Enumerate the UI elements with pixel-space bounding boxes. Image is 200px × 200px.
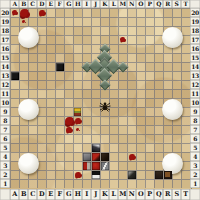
token-gray-white-K3[interactable]	[101, 162, 109, 170]
token-red-gray-I3[interactable]	[83, 162, 91, 170]
blood-splat-G7	[66, 127, 72, 133]
boulder-B3-C4[interactable]	[18, 153, 39, 174]
blood-splat-B20	[20, 9, 28, 17]
pit-marker-A13[interactable]	[11, 72, 19, 80]
token-dark-figure2-N2[interactable]	[128, 171, 136, 179]
battle-map: ABCDEFGHIJKLMNOPQRST ABCDEFGHIJKLMNOPQRS…	[0, 0, 200, 200]
blood-splat-A20	[12, 10, 17, 15]
stone-cross-segment-M14[interactable]	[117, 61, 128, 72]
token-door-brown-R2[interactable]	[164, 171, 172, 179]
pit-marker-F14[interactable]	[56, 63, 64, 71]
token-door-dark-Q2[interactable]	[155, 171, 163, 179]
blood-splat-H2	[75, 172, 81, 178]
blood-splat-B19	[22, 20, 26, 24]
goblin-figure[interactable]	[74, 108, 81, 116]
blood-splat-H7	[76, 128, 80, 132]
blood-splat-D20	[39, 10, 45, 16]
blood-splat-G8	[65, 117, 73, 125]
stone-cross-segment-K12[interactable]	[99, 79, 110, 90]
token-darkbrown-K4[interactable]	[101, 153, 109, 161]
boulder-B9-C10[interactable]	[18, 99, 39, 120]
token-gray-I4[interactable]	[83, 153, 91, 161]
boulder-B17-C18[interactable]	[18, 27, 39, 48]
token-black-white-J2[interactable]	[92, 171, 100, 179]
token-dark-figure-J5[interactable]	[92, 144, 100, 152]
blood-splat-N4	[129, 154, 135, 160]
token-layer	[0, 0, 200, 200]
boulder-R9-S10[interactable]	[162, 99, 183, 120]
blood-splat-M17	[120, 37, 125, 42]
boulder-R17-S18[interactable]	[162, 27, 183, 48]
token-red-J3[interactable]	[92, 162, 100, 170]
spider-icon[interactable]	[99, 97, 111, 109]
blood-splat-H8	[75, 118, 81, 124]
token-red-black-J4[interactable]	[92, 153, 100, 161]
